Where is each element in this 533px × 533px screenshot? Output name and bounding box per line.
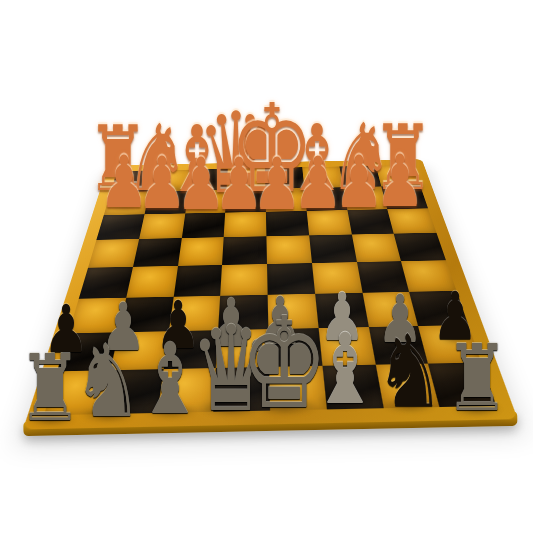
- square-h2: [418, 325, 481, 364]
- square-h3: [409, 291, 468, 326]
- square-h8: [376, 165, 420, 186]
- square-e6: [266, 211, 309, 237]
- square-h5: [394, 233, 446, 261]
- square-b4: [126, 266, 177, 298]
- square-e5: [266, 236, 311, 264]
- square-c5: [178, 237, 224, 266]
- square-c4: [173, 265, 222, 297]
- square-a5: [88, 239, 139, 268]
- square-d7: [225, 189, 266, 213]
- chess-board: [23, 159, 518, 429]
- square-a8: [111, 170, 154, 192]
- square-h6: [387, 208, 436, 234]
- square-f5: [309, 235, 357, 263]
- square-g5: [351, 234, 401, 262]
- square-d3: [218, 295, 268, 330]
- square-b8: [149, 170, 191, 192]
- square-f6: [306, 210, 351, 236]
- square-d8: [227, 168, 266, 190]
- square-d6: [224, 211, 267, 237]
- square-e8: [265, 167, 304, 189]
- board-grid: [44, 165, 496, 415]
- square-b3: [118, 297, 173, 332]
- square-b5: [133, 238, 182, 267]
- board-tilt-wrapper: [0, 0, 533, 533]
- square-h1: [428, 363, 496, 407]
- square-c8: [188, 169, 228, 191]
- square-b1: [100, 369, 163, 414]
- square-b6: [139, 213, 185, 239]
- square-e3: [268, 294, 319, 329]
- square-e4: [267, 263, 315, 295]
- square-h4: [401, 260, 456, 291]
- square-e7: [265, 188, 306, 212]
- square-g8: [339, 166, 381, 187]
- square-a4: [79, 267, 133, 299]
- square-c6: [181, 212, 225, 238]
- square-g4: [356, 261, 409, 292]
- square-e2: [268, 328, 322, 367]
- square-g6: [347, 209, 394, 235]
- square-d4: [220, 264, 267, 296]
- photo-scene: ♜♞♝♛♚♝♞♜♟♟♟♟♟♟♟♟♟♟♟♟♟♟♟♟♜♞♝♛♚♝♞♜: [0, 0, 533, 533]
- square-a3: [69, 298, 126, 333]
- square-f7: [304, 187, 347, 210]
- square-d2: [216, 329, 269, 368]
- square-f3: [315, 293, 368, 328]
- square-e1: [269, 366, 326, 411]
- square-a1: [44, 370, 110, 415]
- square-b7: [144, 190, 188, 214]
- square-c7: [185, 190, 227, 214]
- square-d5: [222, 236, 267, 264]
- square-c2: [163, 330, 218, 370]
- square-c1: [157, 368, 216, 413]
- square-f2: [318, 327, 375, 366]
- square-f1: [322, 365, 383, 409]
- square-c3: [168, 296, 220, 331]
- square-f8: [302, 166, 343, 187]
- square-d1: [214, 367, 271, 412]
- square-h7: [381, 186, 427, 209]
- square-g7: [343, 186, 388, 209]
- square-a6: [96, 214, 144, 240]
- square-f4: [312, 262, 362, 293]
- square-a7: [104, 191, 150, 215]
- square-a2: [57, 332, 119, 372]
- square-b2: [110, 331, 168, 371]
